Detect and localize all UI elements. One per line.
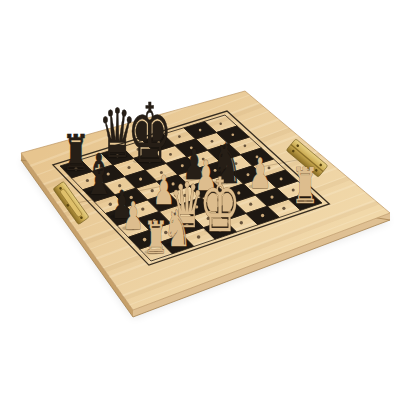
peg-hole [280,178,283,181]
peg-hole [282,207,285,210]
white-rook-a1: ♜ [144,212,169,264]
black-bishop-glyph: ♝ [83,142,114,207]
white-pawn-g3: ♟ [248,149,271,197]
product-photo-background: ♛♚♜♟♞♟♟♝♜♟♟♛♟♚♞♜ [0,0,400,400]
white-pawn-glyph: ♟ [123,194,144,237]
peg-hole [244,144,247,147]
white-pawn-a3: ♟ [122,194,144,237]
peg-hole [178,135,181,138]
peg-hole [261,214,264,217]
white-rook-glyph: ♜ [292,157,319,215]
black-bishop-a6: ♝ [83,142,114,207]
white-pawn-glyph: ♟ [248,149,271,197]
chess-scene-svg: ♛♚♜♟♞♟♟♝♜♟♟♛♟♚♞♜ [0,0,400,400]
peg-hole [199,129,202,132]
peg-hole [249,203,252,206]
white-rook-h1: ♜ [292,157,319,215]
white-king-d1: ♚ [199,162,241,250]
white-king-glyph: ♚ [199,162,241,250]
white-rook-glyph: ♜ [144,212,169,264]
chess-set-photo: ♛♚♜♟♞♟♟♝♜♟♟♛♟♚♞♜ [0,0,400,400]
peg-hole [219,122,221,124]
